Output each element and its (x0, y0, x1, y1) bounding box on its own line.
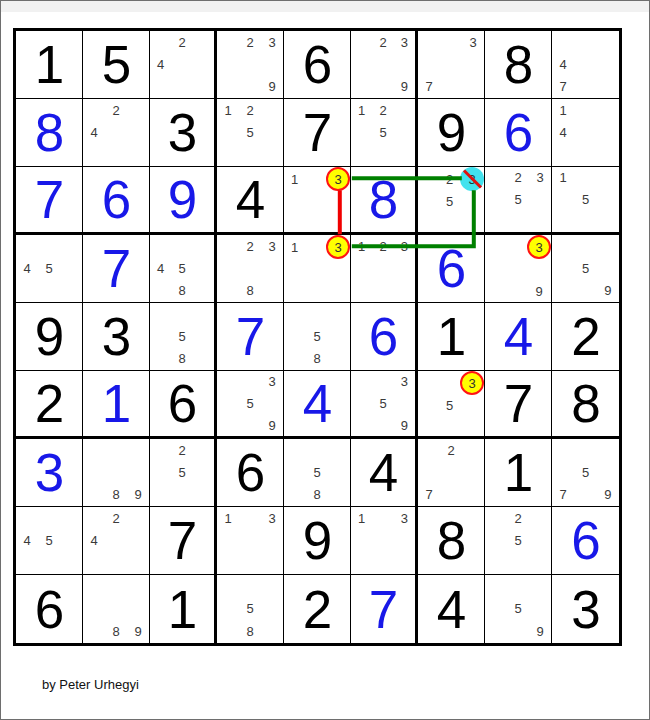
candidate: 8 (306, 348, 328, 370)
candidate: 3 (261, 235, 283, 257)
sudoku-board: 1524239623937847824312571259614769413823… (13, 28, 622, 646)
given-digit: 3 (168, 106, 196, 159)
candidate: 5 (306, 461, 328, 483)
candidate: 1 (217, 507, 239, 529)
solved-digit: 1 (102, 377, 130, 430)
cell-r4c1[interactable]: 45 (16, 235, 83, 303)
top-strip (1, 1, 649, 12)
candidate-grid: 59 (552, 235, 619, 302)
candidate: 4 (83, 121, 105, 143)
candidate-grid: 37 (418, 31, 484, 98)
candidate-grid: 239 (217, 31, 283, 98)
candidate: 5 (38, 257, 60, 279)
cell-r3c9[interactable]: 15 (552, 167, 619, 235)
candidate: 9 (127, 484, 149, 506)
cell-r4c8[interactable]: 39 (485, 235, 552, 303)
cell-r1c5[interactable]: 6 (284, 31, 351, 99)
candidate: 7 (418, 484, 440, 506)
given-digit: 8 (504, 38, 532, 91)
candidate-grid: 235 (485, 167, 551, 232)
candidate: 1 (284, 167, 305, 191)
given-digit: 5 (102, 38, 130, 91)
eliminated-candidate: 3 (460, 167, 484, 191)
solved-digit: 9 (168, 173, 196, 226)
cell-r4c5[interactable]: 13 (284, 235, 351, 303)
candidate-grid: 125 (217, 99, 283, 166)
candidate-grid: 89 (83, 439, 149, 506)
candidate: 3 (394, 507, 415, 529)
candidate-grid: 579 (552, 439, 619, 506)
candidate: 1 (552, 167, 574, 189)
candidate: 5 (239, 121, 261, 143)
cell-r5c3[interactable]: 58 (150, 303, 217, 371)
given-digit: 1 (504, 446, 532, 499)
candidate-grid: 58 (217, 575, 283, 643)
candidate: 7 (418, 76, 440, 98)
candidate: 5 (439, 191, 460, 212)
cell-r1c2[interactable]: 5 (83, 31, 150, 99)
cell-r7c9[interactable]: 579 (552, 439, 619, 507)
cell-r7c5[interactable]: 58 (284, 439, 351, 507)
candidate: 2 (440, 439, 462, 461)
candidate: 2 (105, 507, 127, 529)
candidate: 9 (261, 414, 283, 436)
candidate: 1 (217, 99, 239, 121)
candidate: 5 (507, 529, 529, 551)
candidate: 9 (394, 414, 415, 436)
candidate: 2 (439, 167, 460, 191)
candidate: 3 (394, 371, 415, 393)
cell-r8c9[interactable]: 6 (552, 507, 619, 575)
cell-r8c5[interactable]: 9 (284, 507, 351, 575)
candidate-grid: 58 (284, 439, 350, 506)
cell-r1c1[interactable]: 1 (16, 31, 83, 99)
given-digit: 2 (571, 310, 599, 363)
cell-r2c8[interactable]: 6 (485, 99, 552, 167)
candidate: 1 (351, 99, 372, 121)
cell-r6c9[interactable]: 8 (552, 371, 619, 439)
given-digit: 4 (236, 173, 264, 226)
candidate: 5 (439, 395, 460, 416)
solved-digit: 4 (504, 310, 532, 363)
candidate: 4 (552, 53, 574, 75)
cell-r8c3[interactable]: 7 (150, 507, 217, 575)
cell-r9c6[interactable]: 7 (351, 575, 418, 643)
cell-r7c3[interactable]: 25 (150, 439, 217, 507)
candidate-grid: 359 (217, 371, 283, 436)
cell-r7c7[interactable]: 27 (418, 439, 485, 507)
solved-digit: 6 (437, 242, 465, 295)
solved-digit: 7 (369, 583, 397, 636)
candidate-grid: 25 (150, 439, 214, 506)
given-digit: 2 (303, 583, 331, 636)
given-digit: 4 (437, 583, 465, 636)
candidate: 8 (239, 280, 261, 302)
cell-r3c3[interactable]: 9 (150, 167, 217, 235)
candidate-grid: 45 (16, 507, 82, 574)
cell-r6c6[interactable]: 359 (351, 371, 418, 439)
cell-r5c1[interactable]: 9 (16, 303, 83, 371)
cell-r3c6[interactable]: 8 (351, 167, 418, 235)
solved-digit: 8 (369, 173, 397, 226)
candidate: 2 (171, 31, 192, 53)
candidate: 9 (597, 484, 619, 506)
candidate-grid: 13 (351, 507, 415, 574)
given-digit: 6 (303, 38, 331, 91)
candidate: 5 (574, 461, 596, 483)
candidate: 8 (105, 484, 127, 506)
cell-r8c6[interactable]: 13 (351, 507, 418, 575)
cell-r1c7[interactable]: 37 (418, 31, 485, 99)
candidate: 3 (394, 235, 415, 257)
given-digit: 2 (35, 377, 63, 430)
candidate-grid: 25 (485, 507, 551, 574)
candidate: 8 (105, 620, 127, 643)
cell-r6c1[interactable]: 2 (16, 371, 83, 439)
cell-r9c8[interactable]: 59 (485, 575, 552, 643)
given-digit: 1 (437, 310, 465, 363)
candidate: 3 (261, 507, 283, 529)
cell-r8c1[interactable]: 45 (16, 507, 83, 575)
given-digit: 1 (35, 38, 63, 91)
given-digit: 7 (168, 514, 196, 567)
cell-r2c4[interactable]: 125 (217, 99, 284, 167)
candidate-grid: 58 (150, 303, 214, 370)
candidate: 5 (507, 189, 529, 211)
given-digit: 4 (369, 446, 397, 499)
candidate-grid: 35 (418, 371, 484, 436)
candidate-grid: 238 (217, 235, 283, 302)
given-digit: 1 (168, 583, 196, 636)
cell-r4c9[interactable]: 59 (552, 235, 619, 303)
given-digit: 8 (437, 514, 465, 567)
cell-r9c1[interactable]: 6 (16, 575, 83, 643)
candidate: 5 (171, 325, 192, 347)
solved-digit: 7 (236, 310, 264, 363)
chain-node-candidate: 3 (460, 371, 484, 395)
cell-r1c6[interactable]: 239 (351, 31, 418, 99)
cell-r3c4[interactable]: 4 (217, 167, 284, 235)
cell-r4c4[interactable]: 238 (217, 235, 284, 303)
solved-digit: 7 (102, 242, 130, 295)
cell-r1c9[interactable]: 47 (552, 31, 619, 99)
candidate-grid: 13 (284, 235, 350, 302)
candidate-grid: 24 (150, 31, 214, 98)
candidate: 2 (239, 31, 261, 53)
candidate: 5 (171, 461, 192, 483)
given-digit: 7 (303, 106, 331, 159)
candidate: 4 (552, 121, 574, 143)
candidate: 5 (574, 189, 596, 211)
cell-r3c2[interactable]: 6 (83, 167, 150, 235)
byline: by Peter Urhegyi (42, 677, 139, 692)
candidate: 9 (597, 280, 619, 302)
candidate: 5 (239, 598, 261, 621)
candidate: 4 (150, 257, 171, 279)
given-digit: 9 (35, 310, 63, 363)
cell-r6c2[interactable]: 1 (83, 371, 150, 439)
solved-digit: 3 (35, 446, 63, 499)
cell-r4c3[interactable]: 458 (150, 235, 217, 303)
solved-digit: 6 (369, 310, 397, 363)
window-frame: 1524239623937847824312571259614769413823… (0, 0, 650, 720)
candidate-grid: 45 (16, 235, 82, 302)
candidate-grid: 13 (284, 167, 350, 232)
cell-r9c5[interactable]: 2 (284, 575, 351, 643)
candidate: 3 (462, 31, 484, 53)
cell-r5c4[interactable]: 7 (217, 303, 284, 371)
candidate: 5 (372, 393, 393, 415)
cell-r7c8[interactable]: 1 (485, 439, 552, 507)
cell-r2c7[interactable]: 9 (418, 99, 485, 167)
cell-r7c6[interactable]: 4 (351, 439, 418, 507)
candidate-grid: 15 (552, 167, 619, 232)
candidate-grid: 13 (217, 507, 283, 574)
cell-r1c4[interactable]: 239 (217, 31, 284, 99)
candidate-grid: 14 (552, 99, 619, 166)
candidate: 8 (306, 484, 328, 506)
solved-digit: 6 (571, 514, 599, 567)
chain-node-candidate: 3 (326, 167, 350, 191)
candidate: 5 (38, 529, 60, 551)
solved-digit: 6 (102, 173, 130, 226)
cell-r1c3[interactable]: 24 (150, 31, 217, 99)
given-digit: 9 (303, 514, 331, 567)
cell-r2c1[interactable]: 8 (16, 99, 83, 167)
candidate-grid: 24 (83, 507, 149, 574)
given-digit: 6 (35, 583, 63, 636)
candidate: 4 (150, 53, 171, 75)
cell-r7c2[interactable]: 89 (83, 439, 150, 507)
cell-r9c7[interactable]: 4 (418, 575, 485, 643)
candidate-grid: 89 (83, 575, 149, 643)
candidate: 4 (16, 529, 38, 551)
cell-r2c9[interactable]: 14 (552, 99, 619, 167)
given-digit: 8 (571, 377, 599, 430)
cell-r9c2[interactable]: 89 (83, 575, 150, 643)
candidate: 4 (83, 529, 105, 551)
cell-r7c4[interactable]: 6 (217, 439, 284, 507)
candidate: 9 (394, 76, 415, 98)
given-digit: 7 (504, 377, 532, 430)
cell-r8c4[interactable]: 13 (217, 507, 284, 575)
candidate: 9 (261, 76, 283, 98)
candidate: 8 (171, 280, 192, 302)
candidate: 8 (239, 620, 261, 643)
cell-r6c7[interactable]: 35 (418, 371, 485, 439)
cell-r9c4[interactable]: 58 (217, 575, 284, 643)
cell-r5c8[interactable]: 4 (485, 303, 552, 371)
candidate-grid: 27 (418, 439, 484, 506)
candidate: 3 (394, 31, 415, 53)
cell-r1c8[interactable]: 8 (485, 31, 552, 99)
given-digit: 9 (437, 106, 465, 159)
candidate: 9 (527, 281, 551, 303)
cell-r3c7[interactable]: 235 (418, 167, 485, 235)
candidate-grid: 39 (485, 235, 551, 302)
cell-r6c8[interactable]: 7 (485, 371, 552, 439)
candidate-grid: 125 (351, 99, 415, 166)
candidate-grid: 239 (351, 31, 415, 98)
cell-r6c5[interactable]: 4 (284, 371, 351, 439)
cell-r2c2[interactable]: 24 (83, 99, 150, 167)
cell-r2c6[interactable]: 125 (351, 99, 418, 167)
candidate: 2 (171, 439, 192, 461)
candidate: 3 (529, 167, 551, 189)
candidate-grid: 47 (552, 31, 619, 98)
candidate: 7 (552, 76, 574, 98)
cell-r2c5[interactable]: 7 (284, 99, 351, 167)
candidate: 2 (507, 167, 529, 189)
candidate: 2 (105, 99, 127, 121)
cell-r2c3[interactable]: 3 (150, 99, 217, 167)
cell-r8c8[interactable]: 25 (485, 507, 552, 575)
candidate-grid: 123 (351, 235, 415, 302)
cell-r5c5[interactable]: 58 (284, 303, 351, 371)
candidate-grid: 359 (351, 371, 415, 436)
given-digit: 3 (571, 583, 599, 636)
solved-digit: 8 (35, 106, 63, 159)
candidate: 2 (372, 99, 393, 121)
candidate-grid: 59 (485, 575, 551, 643)
candidate: 5 (574, 257, 596, 279)
cell-r3c8[interactable]: 235 (485, 167, 552, 235)
candidate: 9 (127, 620, 149, 643)
candidate: 1 (351, 235, 372, 257)
cell-r7c1[interactable]: 3 (16, 439, 83, 507)
candidate: 5 (239, 393, 261, 415)
candidate: 5 (306, 325, 328, 347)
cell-r5c2[interactable]: 3 (83, 303, 150, 371)
given-digit: 6 (236, 446, 264, 499)
cell-r8c7[interactable]: 8 (418, 507, 485, 575)
candidate: 2 (239, 235, 261, 257)
candidate: 2 (239, 99, 261, 121)
candidate-grid: 235 (418, 167, 484, 232)
cell-r9c3[interactable]: 1 (150, 575, 217, 643)
solved-digit: 7 (35, 173, 63, 226)
cell-r4c6[interactable]: 123 (351, 235, 418, 303)
candidate: 4 (16, 257, 38, 279)
chain-node-candidate: 3 (527, 235, 551, 259)
cell-r3c1[interactable]: 7 (16, 167, 83, 235)
candidate-grid: 58 (284, 303, 350, 370)
candidate: 5 (507, 598, 529, 621)
candidate: 3 (261, 31, 283, 53)
cell-r5c9[interactable]: 2 (552, 303, 619, 371)
candidate-grid: 24 (83, 99, 149, 166)
candidate-grid: 458 (150, 235, 214, 302)
cell-r4c7[interactable]: 6 (418, 235, 485, 303)
cell-r8c2[interactable]: 24 (83, 507, 150, 575)
candidate: 2 (372, 235, 393, 257)
cell-r6c3[interactable]: 6 (150, 371, 217, 439)
candidate: 7 (552, 484, 574, 506)
given-digit: 6 (168, 377, 196, 430)
candidate: 3 (261, 371, 283, 393)
candidate: 5 (372, 121, 393, 143)
cell-r9c9[interactable]: 3 (552, 575, 619, 643)
candidate: 1 (351, 507, 372, 529)
candidate: 2 (507, 507, 529, 529)
candidate: 2 (372, 31, 393, 53)
candidate: 1 (284, 235, 305, 259)
candidate: 1 (552, 99, 574, 121)
cell-r5c6[interactable]: 6 (351, 303, 418, 371)
candidate: 9 (529, 620, 551, 643)
cell-r5c7[interactable]: 1 (418, 303, 485, 371)
given-digit: 3 (102, 310, 130, 363)
cell-r6c4[interactable]: 359 (217, 371, 284, 439)
chain-node-candidate: 3 (326, 235, 350, 259)
candidate: 5 (171, 257, 192, 279)
candidate: 8 (171, 348, 192, 370)
cell-r3c5[interactable]: 13 (284, 167, 351, 235)
solved-digit: 6 (504, 106, 532, 159)
cell-r4c2[interactable]: 7 (83, 235, 150, 303)
solved-digit: 4 (303, 377, 331, 430)
